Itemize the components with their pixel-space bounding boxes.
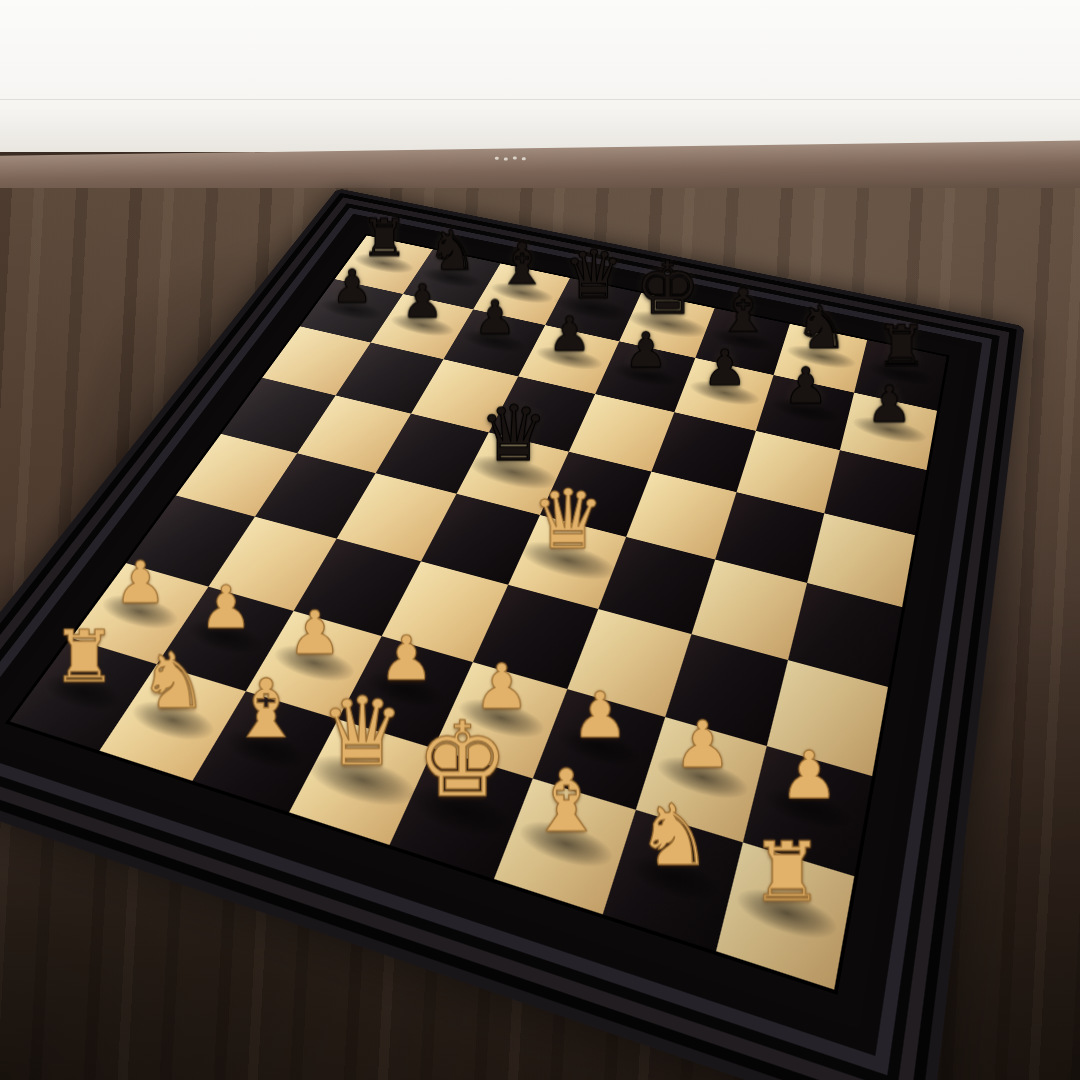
white-queen-glyph: ♛ bbox=[485, 479, 650, 561]
white-rook-glyph: ♜ bbox=[683, 832, 890, 914]
product-photo-scene: ♜♞♝♛♚♝♞♜♟♟♟♟♟♟♟♟♛♛♟♟♟♟♟♟♟♟♜♞♝♛♚♝♞♜ bbox=[0, 0, 1080, 1080]
chessboard-3d: ♜♞♝♛♚♝♞♜♟♟♟♟♟♟♟♟♛♛♟♟♟♟♟♟♟♟♜♞♝♛♚♝♞♜ bbox=[35, 92, 1045, 938]
